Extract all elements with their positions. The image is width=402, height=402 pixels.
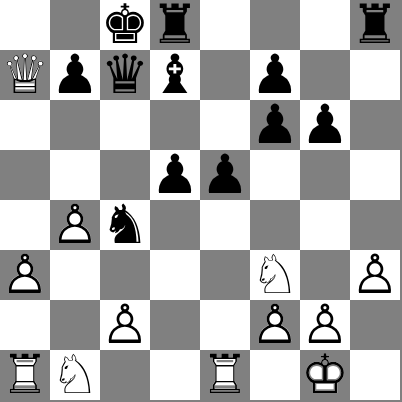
square-c6[interactable] [100,100,150,150]
white-pawn[interactable]: ♟♙ [250,300,300,350]
square-b4[interactable]: ♟♙ [50,200,100,250]
square-e5[interactable]: ♟ [200,150,250,200]
black-pawn-glyph: ♟ [200,150,250,200]
square-b6[interactable] [50,100,100,150]
square-h5[interactable] [350,150,400,200]
square-h2[interactable] [350,300,400,350]
white-queen-outline: ♕ [0,50,50,100]
square-e4[interactable] [200,200,250,250]
square-a7[interactable]: ♛♕ [0,50,50,100]
black-bishop-glyph: ♝ [150,50,200,100]
black-pawn[interactable]: ♟ [200,150,250,200]
chess-board: ♚♜♜♛♕♟♛♝♟♟♟♟♟♟♙♞♟♙♞♘♟♙♟♙♟♙♟♙♜♖♞♘♜♖♚♔ [0,0,400,400]
square-e8[interactable] [200,0,250,50]
black-queen[interactable]: ♛ [100,50,150,100]
square-f5[interactable] [250,150,300,200]
white-pawn-outline: ♙ [0,250,50,300]
square-h1[interactable] [350,350,400,400]
square-h8[interactable]: ♜ [350,0,400,50]
square-g4[interactable] [300,200,350,250]
square-b1[interactable]: ♞♘ [50,350,100,400]
square-c4[interactable]: ♞ [100,200,150,250]
square-f6[interactable]: ♟ [250,100,300,150]
white-rook[interactable]: ♜♖ [0,350,50,400]
square-f1[interactable] [250,350,300,400]
square-e1[interactable]: ♜♖ [200,350,250,400]
white-pawn[interactable]: ♟♙ [50,200,100,250]
board-frame: ♚♜♜♛♕♟♛♝♟♟♟♟♟♟♙♞♟♙♞♘♟♙♟♙♟♙♟♙♜♖♞♘♜♖♚♔ [0,0,402,402]
square-h7[interactable] [350,50,400,100]
square-d1[interactable] [150,350,200,400]
white-rook-outline: ♖ [0,350,50,400]
square-d2[interactable] [150,300,200,350]
black-bishop[interactable]: ♝ [150,50,200,100]
square-g6[interactable]: ♟ [300,100,350,150]
white-queen[interactable]: ♛♕ [0,50,50,100]
white-king-outline: ♔ [300,350,350,400]
square-e3[interactable] [200,250,250,300]
black-pawn[interactable]: ♟ [250,100,300,150]
square-a6[interactable] [0,100,50,150]
black-rook[interactable]: ♜ [350,0,400,50]
white-pawn-outline: ♙ [350,250,400,300]
square-b7[interactable]: ♟ [50,50,100,100]
white-pawn-outline: ♙ [100,300,150,350]
black-pawn[interactable]: ♟ [50,50,100,100]
square-f2[interactable]: ♟♙ [250,300,300,350]
square-c7[interactable]: ♛ [100,50,150,100]
square-d7[interactable]: ♝ [150,50,200,100]
square-b3[interactable] [50,250,100,300]
black-pawn-glyph: ♟ [300,100,350,150]
square-e7[interactable] [200,50,250,100]
square-c2[interactable]: ♟♙ [100,300,150,350]
white-pawn[interactable]: ♟♙ [350,250,400,300]
white-pawn[interactable]: ♟♙ [100,300,150,350]
square-d3[interactable] [150,250,200,300]
black-pawn-glyph: ♟ [250,100,300,150]
white-pawn-outline: ♙ [250,300,300,350]
white-king[interactable]: ♚♔ [300,350,350,400]
square-a1[interactable]: ♜♖ [0,350,50,400]
black-knight[interactable]: ♞ [100,200,150,250]
black-pawn[interactable]: ♟ [150,150,200,200]
square-d4[interactable] [150,200,200,250]
black-knight-glyph: ♞ [100,200,150,250]
white-pawn[interactable]: ♟♙ [0,250,50,300]
white-rook[interactable]: ♜♖ [200,350,250,400]
square-c1[interactable] [100,350,150,400]
black-pawn[interactable]: ♟ [300,100,350,150]
white-rook-outline: ♖ [200,350,250,400]
black-pawn-glyph: ♟ [50,50,100,100]
square-g5[interactable] [300,150,350,200]
black-queen-glyph: ♛ [100,50,150,100]
square-d5[interactable]: ♟ [150,150,200,200]
black-pawn-glyph: ♟ [150,150,200,200]
white-knight[interactable]: ♞♘ [50,350,100,400]
white-pawn-outline: ♙ [50,200,100,250]
black-rook-glyph: ♜ [350,0,400,50]
square-a5[interactable] [0,150,50,200]
square-a3[interactable]: ♟♙ [0,250,50,300]
square-h3[interactable]: ♟♙ [350,250,400,300]
white-knight-outline: ♘ [50,350,100,400]
square-g8[interactable] [300,0,350,50]
square-h6[interactable] [350,100,400,150]
square-g1[interactable]: ♚♔ [300,350,350,400]
